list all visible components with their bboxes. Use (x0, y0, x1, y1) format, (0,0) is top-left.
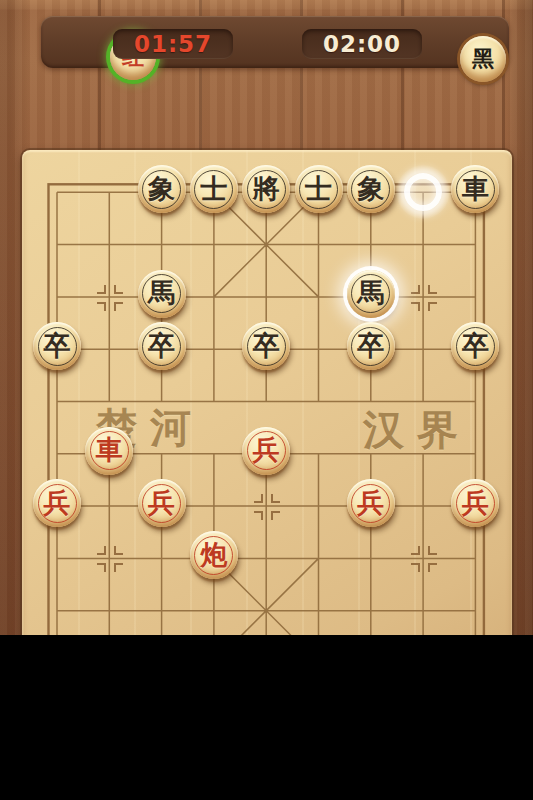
point-marker-arm (411, 302, 420, 311)
red-timer-value: 01:57 (134, 31, 212, 57)
black-player-badge: 黑 (460, 36, 506, 82)
piece-glyph: 兵 (253, 436, 280, 463)
black-timer-value: 02:00 (323, 31, 401, 57)
piece-glyph: 炮 (200, 541, 227, 568)
point-marker-arm (428, 563, 437, 572)
piece-glyph: 象 (148, 175, 175, 202)
piece-red-兵[interactable]: 兵 (138, 479, 186, 527)
point-marker-arm (254, 494, 263, 503)
piece-glyph: 兵 (357, 489, 384, 516)
point-marker-arm (97, 285, 106, 294)
point-marker-arm (411, 285, 420, 294)
red-timer: 01:57 (113, 29, 233, 59)
black-timer: 02:00 (302, 29, 422, 59)
letterbox (0, 635, 533, 800)
point-marker-arm (97, 302, 106, 311)
piece-red-兵[interactable]: 兵 (242, 427, 290, 475)
piece-black-馬[interactable]: 馬 (138, 270, 186, 318)
point-marker-arm (114, 285, 123, 294)
piece-glyph: 卒 (148, 332, 175, 359)
point-marker-arm (271, 511, 280, 520)
piece-black-士[interactable]: 士 (190, 165, 238, 213)
point-marker-arm (428, 302, 437, 311)
point-marker-arm (97, 563, 106, 572)
piece-glyph: 卒 (44, 332, 71, 359)
point-marker-arm (411, 563, 420, 572)
screen: 红 01:57 02:00 黑 楚河 汉界 象士將士象車馬馬卒卒卒卒卒車兵兵兵兵… (0, 0, 533, 800)
piece-red-炮[interactable]: 炮 (190, 531, 238, 579)
piece-glyph: 車 (96, 436, 123, 463)
piece-black-馬[interactable]: 馬 (347, 270, 395, 318)
piece-glyph: 兵 (148, 489, 175, 516)
piece-glyph: 將 (253, 175, 280, 202)
piece-black-士[interactable]: 士 (295, 165, 343, 213)
point-marker-arm (114, 563, 123, 572)
piece-glyph: 士 (200, 175, 227, 202)
piece-glyph: 卒 (462, 332, 489, 359)
piece-red-車[interactable]: 車 (85, 427, 133, 475)
piece-black-卒[interactable]: 卒 (33, 322, 81, 370)
piece-glyph: 兵 (44, 489, 71, 516)
piece-red-兵[interactable]: 兵 (33, 479, 81, 527)
piece-glyph: 馬 (357, 279, 384, 306)
xiangqi-board[interactable] (22, 150, 512, 670)
point-marker-arm (114, 546, 123, 555)
piece-black-象[interactable]: 象 (138, 165, 186, 213)
black-player-label: 黑 (472, 44, 494, 74)
piece-black-卒[interactable]: 卒 (347, 322, 395, 370)
piece-glyph: 卒 (253, 332, 280, 359)
point-marker-arm (428, 285, 437, 294)
piece-black-卒[interactable]: 卒 (138, 322, 186, 370)
point-marker-arm (114, 302, 123, 311)
point-marker-arm (411, 546, 420, 555)
piece-black-象[interactable]: 象 (347, 165, 395, 213)
point-marker-arm (271, 494, 280, 503)
piece-glyph: 士 (305, 175, 332, 202)
piece-glyph: 馬 (148, 279, 175, 306)
piece-glyph: 車 (462, 175, 489, 202)
piece-red-兵[interactable]: 兵 (347, 479, 395, 527)
last-move-origin-marker (404, 173, 442, 211)
point-marker-arm (97, 546, 106, 555)
point-marker-arm (428, 546, 437, 555)
piece-glyph: 卒 (357, 332, 384, 359)
top-bar: 红 01:57 02:00 黑 (41, 16, 509, 68)
piece-glyph: 兵 (462, 489, 489, 516)
point-marker-arm (254, 511, 263, 520)
piece-glyph: 象 (357, 175, 384, 202)
